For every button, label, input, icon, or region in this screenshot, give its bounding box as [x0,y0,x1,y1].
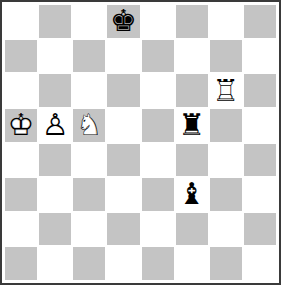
chess-board: ♚♜♖♚♔♟♙♞♘♜♝ [0,0,281,285]
square-h4[interactable] [243,143,277,178]
square-c8[interactable] [72,4,106,39]
white-knight-c5[interactable]: ♞♘ [73,109,105,142]
square-h6[interactable] [243,73,277,108]
white-rook-g6[interactable]: ♜♖ [209,73,243,108]
square-g7[interactable] [209,39,243,74]
square-e4[interactable] [141,143,175,178]
square-a6[interactable] [4,73,38,108]
square-c2[interactable] [72,212,106,247]
square-d4[interactable] [106,143,140,178]
white-pawn-b5[interactable]: ♟♙ [38,108,72,143]
square-a3[interactable] [4,177,38,212]
square-c6[interactable] [72,73,106,108]
square-h7[interactable] [243,39,277,74]
square-g1[interactable] [209,246,243,281]
square-b3[interactable] [38,177,72,212]
square-a4[interactable] [4,143,38,178]
square-g8[interactable] [209,4,243,39]
square-e1[interactable] [141,246,175,281]
square-c3[interactable] [72,177,106,212]
square-d7[interactable] [106,39,140,74]
square-c7[interactable] [72,39,106,74]
square-a5[interactable]: ♚♔ [4,108,38,143]
square-f2[interactable] [175,212,209,247]
square-g2[interactable] [209,212,243,247]
square-c1[interactable] [72,246,106,281]
square-g3[interactable] [209,177,243,212]
square-e3[interactable] [141,177,175,212]
square-f1[interactable] [175,246,209,281]
square-b7[interactable] [38,39,72,74]
square-d5[interactable] [106,108,140,143]
square-b6[interactable] [38,73,72,108]
white-king-icon: ♔ [5,109,37,142]
square-g4[interactable] [209,143,243,178]
square-b5[interactable]: ♟♙ [38,108,72,143]
square-e8[interactable] [141,4,175,39]
square-h8[interactable] [243,4,277,39]
square-d8[interactable]: ♚ [106,4,140,39]
square-b1[interactable] [38,246,72,281]
square-e6[interactable] [141,73,175,108]
square-d3[interactable] [106,177,140,212]
square-f6[interactable] [175,73,209,108]
square-c5[interactable]: ♞♘ [72,108,106,143]
square-f5[interactable]: ♜ [175,108,209,143]
square-a8[interactable] [4,4,38,39]
square-f3[interactable]: ♝ [175,177,209,212]
square-h3[interactable] [243,177,277,212]
square-d2[interactable] [106,212,140,247]
square-a2[interactable] [4,212,38,247]
black-king-icon: ♚ [107,5,139,38]
square-d1[interactable] [106,246,140,281]
black-rook-icon: ♜ [175,108,209,143]
square-c4[interactable] [72,143,106,178]
square-a7[interactable] [4,39,38,74]
square-e7[interactable] [141,39,175,74]
black-rook-f5[interactable]: ♜ [175,108,209,143]
black-king-d8[interactable]: ♚ [107,5,139,38]
square-b4[interactable] [38,143,72,178]
square-a1[interactable] [4,246,38,281]
square-h2[interactable] [243,212,277,247]
square-h5[interactable] [243,108,277,143]
square-h1[interactable] [243,246,277,281]
square-d6[interactable] [106,73,140,108]
white-knight-icon: ♘ [73,109,105,142]
black-bishop-icon: ♝ [175,177,209,212]
square-b2[interactable] [38,212,72,247]
black-bishop-f3[interactable]: ♝ [175,177,209,212]
white-king-a5[interactable]: ♚♔ [5,109,37,142]
square-f7[interactable] [175,39,209,74]
square-f4[interactable] [175,143,209,178]
square-f8[interactable] [175,4,209,39]
white-rook-icon: ♖ [209,73,243,108]
square-b8[interactable] [38,4,72,39]
square-e5[interactable] [141,108,175,143]
white-pawn-icon: ♙ [38,108,72,143]
square-g5[interactable] [209,108,243,143]
square-e2[interactable] [141,212,175,247]
square-g6[interactable]: ♜♖ [209,73,243,108]
